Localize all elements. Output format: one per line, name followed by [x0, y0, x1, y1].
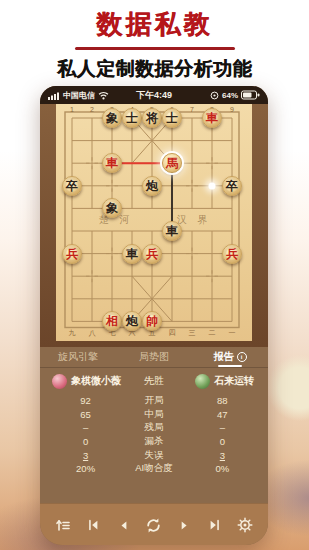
red-value: 0	[40, 436, 131, 447]
flip-refresh-button[interactable]	[143, 514, 165, 536]
next-move-button[interactable]	[173, 514, 195, 536]
refresh-icon	[145, 517, 162, 534]
move-list-button[interactable]	[52, 514, 74, 536]
stats-row-endgame: –残局–	[40, 421, 268, 435]
red-value: 92	[40, 395, 131, 406]
piece-black-車[interactable]: 車	[122, 244, 142, 264]
signal-icon	[48, 91, 60, 100]
tab-label: 报告	[214, 350, 234, 364]
black-player-name: 石来运转	[214, 374, 254, 388]
piece-black-卒[interactable]: 卒	[222, 176, 242, 196]
rotation-lock-icon	[210, 91, 219, 100]
playback-toolbar	[40, 503, 268, 545]
info-icon[interactable]: i	[237, 352, 247, 362]
piece-black-象[interactable]: 象	[102, 198, 122, 218]
piece-red-兵[interactable]: 兵	[222, 244, 242, 264]
black-value: 0	[177, 436, 268, 447]
tab-situation-map[interactable]: 局势图	[116, 347, 192, 367]
prev-icon	[117, 519, 130, 532]
piece-black-将[interactable]: 将	[142, 108, 162, 128]
board-tray: 123456789 九八七六五四三二一 楚 河 汉 界 象士将士車車馬卒炮卒象車…	[40, 104, 268, 347]
red-value-link[interactable]: 3	[40, 450, 131, 461]
next-icon	[178, 519, 191, 532]
red-value: 65	[40, 409, 131, 420]
black-player-avatar	[195, 374, 210, 389]
piece-red-兵[interactable]: 兵	[62, 244, 82, 264]
black-value-link[interactable]: 3	[177, 450, 268, 461]
xiangqi-board[interactable]: 123456789 九八七六五四三二一 楚 河 汉 界 象士将士車車馬卒炮卒象車…	[56, 104, 252, 341]
stats-row-blunders: 3失误3	[40, 448, 268, 462]
piece-black-車[interactable]: 車	[162, 221, 182, 241]
piece-black-士[interactable]: 士	[162, 108, 182, 128]
piece-red-帥[interactable]: 帥	[142, 311, 162, 331]
clock-label: 下午4:49	[136, 89, 172, 102]
piece-red-車[interactable]: 車	[102, 153, 122, 173]
skip-start-icon	[86, 518, 100, 532]
piece-red-兵[interactable]: 兵	[142, 244, 162, 264]
red-value: –	[40, 422, 131, 433]
piece-black-象[interactable]: 象	[102, 108, 122, 128]
black-value: –	[177, 422, 268, 433]
title-underline	[75, 47, 235, 50]
black-value: 0%	[177, 463, 268, 474]
piece-black-炮[interactable]: 炮	[142, 176, 162, 196]
pieces-layer: 象士将士車車馬卒炮卒象車兵車兵兵相炮帥	[56, 104, 252, 341]
skip-end-icon	[208, 518, 222, 532]
battery-percent: 64%	[222, 91, 238, 100]
result-label: 先胜	[131, 374, 177, 388]
red-value: 20%	[40, 463, 131, 474]
players-row: 象棋微小薇 先胜 石来运转	[40, 368, 268, 394]
tab-bar: 旋风引擎 局势图 报告i	[40, 347, 268, 368]
piece-red-車[interactable]: 車	[202, 108, 222, 128]
piece-black-炮[interactable]: 炮	[122, 311, 142, 331]
black-value: 47	[177, 409, 268, 420]
red-player-avatar	[52, 374, 67, 389]
move-list-icon	[55, 517, 71, 533]
piece-black-士[interactable]: 士	[122, 108, 142, 128]
stats-row-midgame: 65中局47	[40, 408, 268, 422]
previous-move-button[interactable]	[113, 514, 135, 536]
gear-icon	[237, 517, 253, 533]
battery-icon	[241, 90, 260, 100]
phone-mockup: 中国电信 下午4:49 64%	[40, 86, 268, 545]
piece-red-相[interactable]: 相	[102, 311, 122, 331]
skip-to-start-button[interactable]	[82, 514, 104, 536]
skip-to-end-button[interactable]	[204, 514, 226, 536]
stat-label: 失误	[131, 449, 177, 462]
promo-header: 数据私教 私人定制数据分析功能	[0, 0, 309, 82]
red-player[interactable]: 象棋微小薇	[40, 374, 131, 389]
stats-table: 92开局88 65中局47 –残局– 0漏杀0 3失误3 20%AI吻合度0%	[40, 394, 268, 476]
stats-row-missed-mate: 0漏杀0	[40, 435, 268, 449]
tab-report[interactable]: 报告i	[192, 347, 268, 367]
piece-black-卒[interactable]: 卒	[62, 176, 82, 196]
tab-label: 旋风引擎	[58, 350, 98, 364]
page-subtitle: 私人定制数据分析功能	[0, 56, 309, 82]
black-value: 88	[177, 395, 268, 406]
piece-red-馬[interactable]: 馬	[162, 153, 182, 173]
stat-label: 漏杀	[131, 435, 177, 448]
status-bar: 中国电信 下午4:49 64%	[40, 86, 268, 104]
stat-label: 开局	[131, 394, 177, 407]
analysis-panel: 旋风引擎 局势图 报告i 象棋微小薇 先胜 石来运转 92开局88 65中局47…	[40, 347, 268, 503]
settings-button[interactable]	[234, 514, 256, 536]
promo-screenshot: { "header": { "title": "数据私教", "subtitle…	[0, 0, 309, 550]
tab-cyclone-engine[interactable]: 旋风引擎	[40, 347, 116, 367]
wifi-icon	[98, 91, 109, 100]
page-title: 数据私教	[0, 7, 309, 42]
stat-label: AI吻合度	[131, 462, 177, 475]
red-player-name: 象棋微小薇	[71, 374, 121, 388]
tab-label: 局势图	[139, 350, 169, 364]
stat-label: 残局	[131, 421, 177, 434]
carrier-label: 中国电信	[63, 90, 95, 101]
stats-row-ai-match: 20%AI吻合度0%	[40, 462, 268, 476]
black-player[interactable]: 石来运转	[177, 374, 268, 389]
stat-label: 中局	[131, 408, 177, 421]
stats-row-opening: 92开局88	[40, 394, 268, 408]
